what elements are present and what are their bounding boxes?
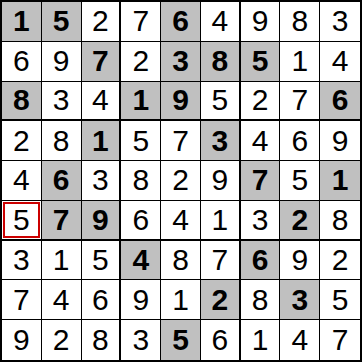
cell-r9c8[interactable]: 4 [280, 320, 320, 360]
cell-r4c3[interactable]: 1 [82, 121, 122, 161]
cell-r1c6[interactable]: 4 [201, 2, 241, 42]
cell-r4c6[interactable]: 3 [201, 121, 241, 161]
cell-r4c1[interactable]: 2 [2, 121, 42, 161]
cell-r5c5[interactable]: 2 [161, 161, 201, 201]
cell-r3c4[interactable]: 1 [121, 82, 161, 122]
cell-r7c5[interactable]: 8 [161, 241, 201, 281]
cell-r5c8[interactable]: 5 [280, 161, 320, 201]
selection-highlight [3, 202, 40, 238]
cell-r3c5[interactable]: 9 [161, 82, 201, 122]
cell-r5c3[interactable]: 3 [82, 161, 122, 201]
cell-r5c1[interactable]: 4 [2, 161, 42, 201]
cell-r3c7[interactable]: 2 [241, 82, 281, 122]
cell-r2c5[interactable]: 3 [161, 42, 201, 82]
cell-r6c6[interactable]: 1 [201, 201, 241, 241]
cell-r2c8[interactable]: 1 [280, 42, 320, 82]
cell-r1c2[interactable]: 5 [42, 2, 82, 42]
cell-r9c9[interactable]: 7 [320, 320, 360, 360]
cell-r6c2[interactable]: 7 [42, 201, 82, 241]
cell-r6c5[interactable]: 4 [161, 201, 201, 241]
cell-r9c6[interactable]: 6 [201, 320, 241, 360]
cell-r8c6[interactable]: 2 [201, 280, 241, 320]
cell-r4c2[interactable]: 8 [42, 121, 82, 161]
cell-r6c8[interactable]: 2 [280, 201, 320, 241]
cell-r8c9[interactable]: 5 [320, 280, 360, 320]
cell-r5c2[interactable]: 6 [42, 161, 82, 201]
cell-r7c4[interactable]: 4 [121, 241, 161, 281]
cell-r8c2[interactable]: 4 [42, 280, 82, 320]
cell-r6c7[interactable]: 3 [241, 201, 281, 241]
cell-r3c2[interactable]: 3 [42, 82, 82, 122]
cell-r7c2[interactable]: 1 [42, 241, 82, 281]
cell-r1c9[interactable]: 3 [320, 2, 360, 42]
cell-r7c1[interactable]: 3 [2, 241, 42, 281]
cell-r7c8[interactable]: 9 [280, 241, 320, 281]
cell-r3c6[interactable]: 5 [201, 82, 241, 122]
cell-r2c7[interactable]: 5 [241, 42, 281, 82]
cell-r1c1[interactable]: 1 [2, 2, 42, 42]
cell-r5c9[interactable]: 1 [320, 161, 360, 201]
cell-r4c9[interactable]: 9 [320, 121, 360, 161]
cell-r8c7[interactable]: 8 [241, 280, 281, 320]
cell-r1c3[interactable]: 2 [82, 2, 122, 42]
cell-r2c6[interactable]: 8 [201, 42, 241, 82]
cell-r8c1[interactable]: 7 [2, 280, 42, 320]
cell-r9c5[interactable]: 5 [161, 320, 201, 360]
cell-r8c4[interactable]: 9 [121, 280, 161, 320]
cell-r8c5[interactable]: 1 [161, 280, 201, 320]
cell-r9c2[interactable]: 2 [42, 320, 82, 360]
cell-r2c3[interactable]: 7 [82, 42, 122, 82]
cell-r3c8[interactable]: 7 [280, 82, 320, 122]
cell-r5c6[interactable]: 9 [201, 161, 241, 201]
cell-r2c4[interactable]: 2 [121, 42, 161, 82]
cell-r6c1[interactable]: 5 [2, 201, 42, 241]
cell-r8c3[interactable]: 6 [82, 280, 122, 320]
cell-r8c8[interactable]: 3 [280, 280, 320, 320]
cell-r5c4[interactable]: 8 [121, 161, 161, 201]
cell-r2c9[interactable]: 4 [320, 42, 360, 82]
cell-r3c3[interactable]: 4 [82, 82, 122, 122]
cell-r6c9[interactable]: 8 [320, 201, 360, 241]
cell-r4c7[interactable]: 4 [241, 121, 281, 161]
cell-r7c6[interactable]: 7 [201, 241, 241, 281]
cell-r7c3[interactable]: 5 [82, 241, 122, 281]
cell-r2c1[interactable]: 6 [2, 42, 42, 82]
cell-r1c4[interactable]: 7 [121, 2, 161, 42]
cell-r4c5[interactable]: 7 [161, 121, 201, 161]
cell-r4c4[interactable]: 5 [121, 121, 161, 161]
cell-r5c7[interactable]: 7 [241, 161, 281, 201]
cell-r9c1[interactable]: 9 [2, 320, 42, 360]
cell-r4c8[interactable]: 6 [280, 121, 320, 161]
cell-r9c4[interactable]: 3 [121, 320, 161, 360]
cell-r9c3[interactable]: 8 [82, 320, 122, 360]
cell-r3c1[interactable]: 8 [2, 82, 42, 122]
cell-r1c7[interactable]: 9 [241, 2, 281, 42]
cell-r6c3[interactable]: 9 [82, 201, 122, 241]
cell-r2c2[interactable]: 9 [42, 42, 82, 82]
cell-r3c9[interactable]: 6 [320, 82, 360, 122]
sudoku-board: 1527649836972385148341952762815734694638… [0, 0, 362, 362]
cell-r6c4[interactable]: 6 [121, 201, 161, 241]
cell-r1c8[interactable]: 8 [280, 2, 320, 42]
cell-r1c5[interactable]: 6 [161, 2, 201, 42]
cell-r9c7[interactable]: 1 [241, 320, 281, 360]
cell-r7c9[interactable]: 2 [320, 241, 360, 281]
cell-r7c7[interactable]: 6 [241, 241, 281, 281]
